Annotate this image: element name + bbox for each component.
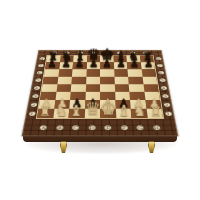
square-b8: ♞ bbox=[60, 56, 74, 63]
coord-file-b: B bbox=[55, 124, 65, 130]
square-d6 bbox=[86, 69, 100, 76]
square-e8: ♚ bbox=[100, 56, 113, 63]
square-g1: ♞ bbox=[131, 109, 147, 118]
coord-rank-2: 2 bbox=[29, 102, 38, 107]
coord-file-e: E bbox=[104, 124, 113, 130]
square-g2: ♟ bbox=[130, 100, 146, 109]
square-d3 bbox=[85, 92, 100, 100]
square-f1: ♝ bbox=[115, 109, 131, 118]
square-d4 bbox=[85, 84, 100, 92]
coord-file-f: F bbox=[120, 124, 129, 130]
square-g7: ♟ bbox=[127, 62, 141, 69]
square-a6 bbox=[44, 69, 59, 76]
square-a7: ♟ bbox=[45, 62, 60, 69]
white-king: ♚ bbox=[100, 100, 116, 118]
square-a4 bbox=[41, 84, 57, 92]
square-c2: ♟ bbox=[69, 100, 85, 109]
chess-board: ABCDEFGH ABCDEFGH 87654321 87654321 ♜♞♝♛… bbox=[22, 50, 179, 136]
square-g8: ♞ bbox=[126, 56, 140, 63]
square-e4 bbox=[100, 84, 115, 92]
square-h2: ♟ bbox=[145, 100, 161, 109]
square-g5 bbox=[128, 76, 143, 84]
coord-file-g: G bbox=[129, 51, 136, 54]
coord-file-d: D bbox=[90, 51, 96, 54]
files-top: ABCDEFGH bbox=[47, 51, 152, 55]
files-bottom: ABCDEFGH bbox=[35, 123, 165, 131]
square-f7: ♟ bbox=[113, 62, 127, 69]
square-d7: ♟ bbox=[86, 62, 100, 69]
square-h1: ♜ bbox=[146, 109, 163, 118]
coord-rank-1: 1 bbox=[27, 111, 37, 117]
square-c5 bbox=[71, 76, 86, 84]
square-c1: ♝ bbox=[69, 109, 85, 118]
coord-file-c: C bbox=[77, 51, 84, 54]
square-d5 bbox=[86, 76, 100, 84]
square-c8: ♝ bbox=[73, 56, 87, 63]
coord-file-b: B bbox=[64, 51, 71, 54]
coord-rank-4: 4 bbox=[159, 86, 168, 91]
coord-rank-1: 1 bbox=[163, 111, 173, 117]
square-b6 bbox=[58, 69, 73, 76]
square-c4 bbox=[71, 84, 86, 92]
square-f8: ♝ bbox=[113, 56, 127, 63]
square-a5 bbox=[43, 76, 58, 84]
coord-file-g: G bbox=[136, 124, 146, 130]
coord-file-a: A bbox=[51, 51, 58, 54]
square-h4 bbox=[143, 84, 159, 92]
coord-file-h: H bbox=[152, 124, 162, 130]
square-e2: ♟ bbox=[100, 100, 115, 109]
coord-rank-6: 6 bbox=[157, 71, 165, 76]
square-g6 bbox=[127, 69, 142, 76]
square-h5 bbox=[142, 76, 157, 84]
square-d8: ♛ bbox=[87, 56, 100, 63]
square-c6 bbox=[72, 69, 86, 76]
square-b2: ♟ bbox=[54, 100, 70, 109]
coord-file-e: E bbox=[103, 51, 109, 54]
coord-rank-6: 6 bbox=[35, 71, 43, 76]
square-b3 bbox=[55, 92, 71, 100]
square-d1: ♛ bbox=[84, 109, 100, 118]
square-f3 bbox=[115, 92, 130, 100]
square-a3 bbox=[40, 92, 56, 100]
square-h7: ♟ bbox=[140, 62, 155, 69]
coord-file-c: C bbox=[71, 124, 80, 130]
square-g4 bbox=[129, 84, 144, 92]
square-b7: ♟ bbox=[59, 62, 73, 69]
coord-rank-7: 7 bbox=[155, 64, 163, 68]
coord-file-h: H bbox=[142, 51, 149, 54]
square-f6 bbox=[114, 69, 128, 76]
coord-rank-7: 7 bbox=[36, 64, 44, 68]
square-e6 bbox=[100, 69, 114, 76]
chess-set-product-photo: ABCDEFGH ABCDEFGH 87654321 87654321 ♜♞♝♛… bbox=[0, 0, 200, 200]
coord-rank-3: 3 bbox=[160, 94, 169, 99]
board-grid: ♜♞♝♛♚♝♞♜♟♟♟♟♟♟♟♟♟♟♟♟♟♟♟♟♜♞♝♛♚♝♞♜ bbox=[37, 56, 163, 118]
square-e1: ♚ bbox=[100, 109, 116, 118]
square-b4 bbox=[56, 84, 71, 92]
coord-rank-5: 5 bbox=[158, 78, 167, 83]
coord-file-f: F bbox=[116, 51, 123, 54]
square-f5 bbox=[114, 76, 129, 84]
coord-rank-8: 8 bbox=[38, 57, 46, 61]
coord-rank-8: 8 bbox=[154, 57, 162, 61]
square-b1: ♞ bbox=[53, 109, 69, 118]
square-e3 bbox=[100, 92, 115, 100]
coord-rank-2: 2 bbox=[162, 102, 171, 107]
coord-rank-4: 4 bbox=[32, 86, 41, 91]
square-e7: ♟ bbox=[100, 62, 114, 69]
coord-rank-5: 5 bbox=[34, 78, 43, 83]
square-h3 bbox=[144, 92, 160, 100]
square-h8: ♜ bbox=[139, 56, 153, 63]
square-c3 bbox=[70, 92, 85, 100]
board-scene: ABCDEFGH ABCDEFGH 87654321 87654321 ♜♞♝♛… bbox=[31, 19, 169, 157]
square-a8: ♜ bbox=[46, 56, 60, 63]
coord-file-a: A bbox=[39, 124, 49, 130]
square-f4 bbox=[114, 84, 129, 92]
square-a2: ♟ bbox=[39, 100, 55, 109]
coord-rank-3: 3 bbox=[30, 94, 39, 99]
square-e5 bbox=[100, 76, 114, 84]
square-f2: ♟ bbox=[115, 100, 131, 109]
square-b5 bbox=[57, 76, 72, 84]
coord-file-d: D bbox=[87, 124, 96, 130]
square-a1: ♜ bbox=[37, 109, 54, 118]
square-h6 bbox=[141, 69, 156, 76]
square-c7: ♟ bbox=[73, 62, 87, 69]
square-g3 bbox=[129, 92, 145, 100]
square-d2: ♟ bbox=[85, 100, 100, 109]
